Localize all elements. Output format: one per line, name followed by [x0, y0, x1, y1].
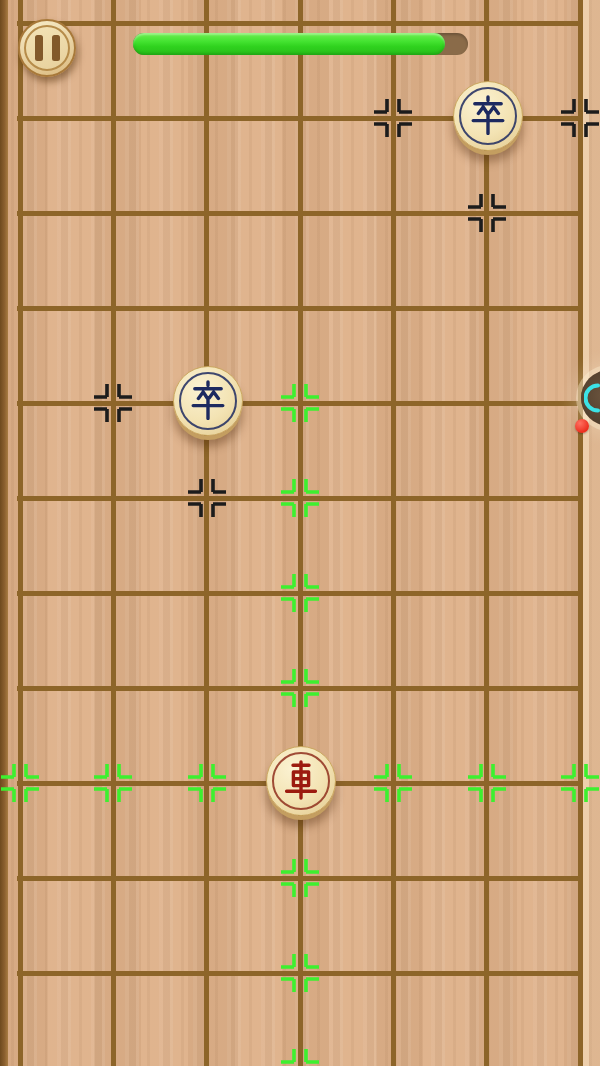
board-right-margin	[583, 0, 600, 1066]
soldier-move-marker-icon	[185, 476, 229, 520]
piece-character-chariot	[281, 760, 321, 800]
game-screen	[0, 0, 600, 1066]
chariot-move-marker-icon	[278, 381, 322, 425]
chariot-move-marker[interactable]	[278, 571, 322, 615]
grid-line-vertical	[298, 0, 303, 1066]
board-left-border	[0, 0, 8, 1066]
chariot-move-marker-icon	[558, 761, 600, 805]
piece-black-soldier[interactable]	[453, 81, 523, 151]
chariot-move-marker[interactable]	[278, 1046, 322, 1066]
cyan-arc-icon	[584, 383, 600, 413]
chariot-move-marker[interactable]	[558, 761, 600, 805]
xiangqi-board[interactable]	[0, 0, 600, 1066]
level-progress-bar	[133, 33, 468, 55]
grid-line-horizontal	[17, 21, 583, 26]
chariot-move-marker[interactable]	[91, 761, 135, 805]
chariot-move-marker-icon	[278, 571, 322, 615]
chariot-move-marker-icon	[278, 856, 322, 900]
pause-button[interactable]	[18, 19, 76, 77]
chariot-move-marker[interactable]	[185, 761, 229, 805]
piece-character-soldier	[468, 95, 508, 135]
chariot-move-marker-icon	[91, 761, 135, 805]
grid-line-vertical	[18, 0, 23, 1066]
chariot-move-marker-icon	[465, 761, 509, 805]
grid-line-vertical	[204, 0, 209, 1066]
chariot-move-marker-icon	[371, 761, 415, 805]
chariot-move-marker-icon	[278, 476, 322, 520]
grid-line-vertical	[391, 0, 396, 1066]
grid-line-horizontal	[17, 306, 583, 311]
piece-character-soldier	[188, 380, 228, 420]
soldier-move-marker-icon	[465, 191, 509, 235]
progress-fill	[133, 33, 445, 55]
chariot-move-marker-icon	[185, 761, 229, 805]
chariot-move-marker-icon	[278, 666, 322, 710]
grid-line-vertical	[578, 0, 583, 1066]
chariot-move-marker[interactable]	[0, 761, 42, 805]
soldier-move-marker	[558, 96, 600, 140]
chariot-move-marker-icon	[0, 761, 42, 805]
chariot-move-marker[interactable]	[278, 666, 322, 710]
soldier-move-marker	[91, 381, 135, 425]
soldier-move-marker-icon	[371, 96, 415, 140]
chariot-move-marker[interactable]	[278, 381, 322, 425]
chariot-move-marker-icon	[278, 1046, 322, 1066]
notification-dot	[575, 419, 589, 433]
pause-icon	[24, 25, 70, 71]
chariot-move-marker[interactable]	[371, 761, 415, 805]
piece-red-chariot[interactable]	[266, 746, 336, 816]
chariot-move-marker[interactable]	[278, 951, 322, 995]
soldier-move-marker	[465, 191, 509, 235]
soldier-move-marker	[371, 96, 415, 140]
soldier-move-marker-icon	[91, 381, 135, 425]
piece-black-soldier[interactable]	[173, 366, 243, 436]
chariot-move-marker[interactable]	[278, 856, 322, 900]
chariot-move-marker[interactable]	[278, 476, 322, 520]
chariot-move-marker-icon	[278, 951, 322, 995]
chariot-move-marker[interactable]	[465, 761, 509, 805]
soldier-move-marker-icon	[558, 96, 600, 140]
grid-line-vertical	[484, 0, 489, 1066]
soldier-move-marker	[185, 476, 229, 520]
grid-line-vertical	[111, 0, 116, 1066]
